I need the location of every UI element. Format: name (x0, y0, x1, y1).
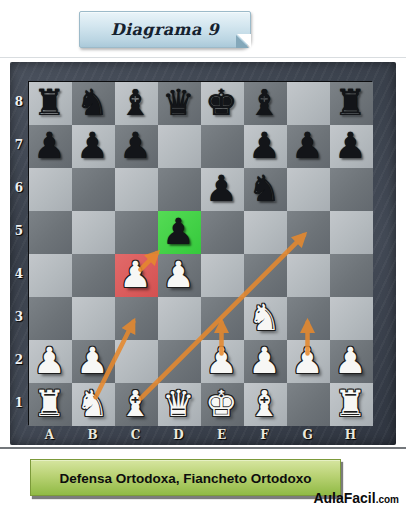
square-f8 (244, 82, 287, 125)
watermark-suffix: .com (376, 494, 399, 505)
square-e4 (201, 254, 244, 297)
square-a2 (29, 340, 72, 383)
chess-board-frame: 87654321 ABCDEFGH ♜♞♝♛♚♝♜♟♟♟♟♟♟♟♞♟♟♟♞♟♟♟… (10, 62, 396, 445)
square-c5 (115, 211, 158, 254)
square-a5 (29, 211, 72, 254)
square-d4 (158, 254, 201, 297)
file-label-E: E (200, 425, 243, 445)
square-f4 (244, 254, 287, 297)
square-f1 (244, 383, 287, 426)
square-e6 (201, 168, 244, 211)
square-f5 (244, 211, 287, 254)
square-h5 (330, 211, 373, 254)
square-d3 (158, 297, 201, 340)
rank-labels: 87654321 (10, 81, 28, 425)
top-divider-line (0, 57, 406, 58)
square-h4 (330, 254, 373, 297)
square-e7 (201, 125, 244, 168)
rank-label-3: 3 (10, 296, 28, 339)
square-d5 (158, 211, 201, 254)
square-c6 (115, 168, 158, 211)
rank-label-6: 6 (10, 167, 28, 210)
square-g8 (287, 82, 330, 125)
square-d6 (158, 168, 201, 211)
square-d8 (158, 82, 201, 125)
file-label-D: D (157, 425, 200, 445)
file-labels: ABCDEFGH (28, 425, 372, 445)
square-g7 (287, 125, 330, 168)
square-d7 (158, 125, 201, 168)
square-c1 (115, 383, 158, 426)
square-b8 (72, 82, 115, 125)
square-a6 (29, 168, 72, 211)
square-g3 (287, 297, 330, 340)
file-label-H: H (329, 425, 372, 445)
diagram-title-banner: Diagrama 9 (79, 11, 251, 48)
rank-label-8: 8 (10, 81, 28, 124)
square-a8 (29, 82, 72, 125)
rank-label-1: 1 (10, 382, 28, 425)
square-h1 (330, 383, 373, 426)
square-e8 (201, 82, 244, 125)
rank-label-2: 2 (10, 339, 28, 382)
square-a3 (29, 297, 72, 340)
rank-label-4: 4 (10, 253, 28, 296)
square-b6 (72, 168, 115, 211)
square-f3 (244, 297, 287, 340)
square-f7 (244, 125, 287, 168)
opening-caption: Defensa Ortodoxa, Fiancheto Ortodoxo (59, 471, 311, 486)
square-b3 (72, 297, 115, 340)
opening-caption-box: Defensa Ortodoxa, Fiancheto Ortodoxo (30, 459, 341, 496)
square-e2 (201, 340, 244, 383)
file-label-G: G (286, 425, 329, 445)
square-c7 (115, 125, 158, 168)
square-a4 (29, 254, 72, 297)
rank-label-7: 7 (10, 124, 28, 167)
file-label-A: A (28, 425, 71, 445)
square-h3 (330, 297, 373, 340)
square-f2 (244, 340, 287, 383)
square-c2 (115, 340, 158, 383)
square-c4 (115, 254, 158, 297)
chess-board-grid (28, 81, 372, 425)
square-b7 (72, 125, 115, 168)
file-label-B: B (71, 425, 114, 445)
square-g6 (287, 168, 330, 211)
square-e3 (201, 297, 244, 340)
square-b1 (72, 383, 115, 426)
bottom-divider-line (0, 447, 406, 449)
square-c8 (115, 82, 158, 125)
square-g5 (287, 211, 330, 254)
square-b5 (72, 211, 115, 254)
square-h7 (330, 125, 373, 168)
square-f6 (244, 168, 287, 211)
rank-label-5: 5 (10, 210, 28, 253)
square-b2 (72, 340, 115, 383)
square-g4 (287, 254, 330, 297)
watermark: AulaFacil.com (313, 489, 399, 507)
square-h8 (330, 82, 373, 125)
square-g2 (287, 340, 330, 383)
square-b4 (72, 254, 115, 297)
diagram-title: Diagrama 9 (111, 20, 219, 39)
square-d1 (158, 383, 201, 426)
file-label-F: F (243, 425, 286, 445)
square-h2 (330, 340, 373, 383)
square-c3 (115, 297, 158, 340)
square-d2 (158, 340, 201, 383)
square-e5 (201, 211, 244, 254)
watermark-brand: AulaFacil (313, 490, 375, 506)
square-h6 (330, 168, 373, 211)
square-a7 (29, 125, 72, 168)
square-e1 (201, 383, 244, 426)
square-g1 (287, 383, 330, 426)
file-label-C: C (114, 425, 157, 445)
square-a1 (29, 383, 72, 426)
